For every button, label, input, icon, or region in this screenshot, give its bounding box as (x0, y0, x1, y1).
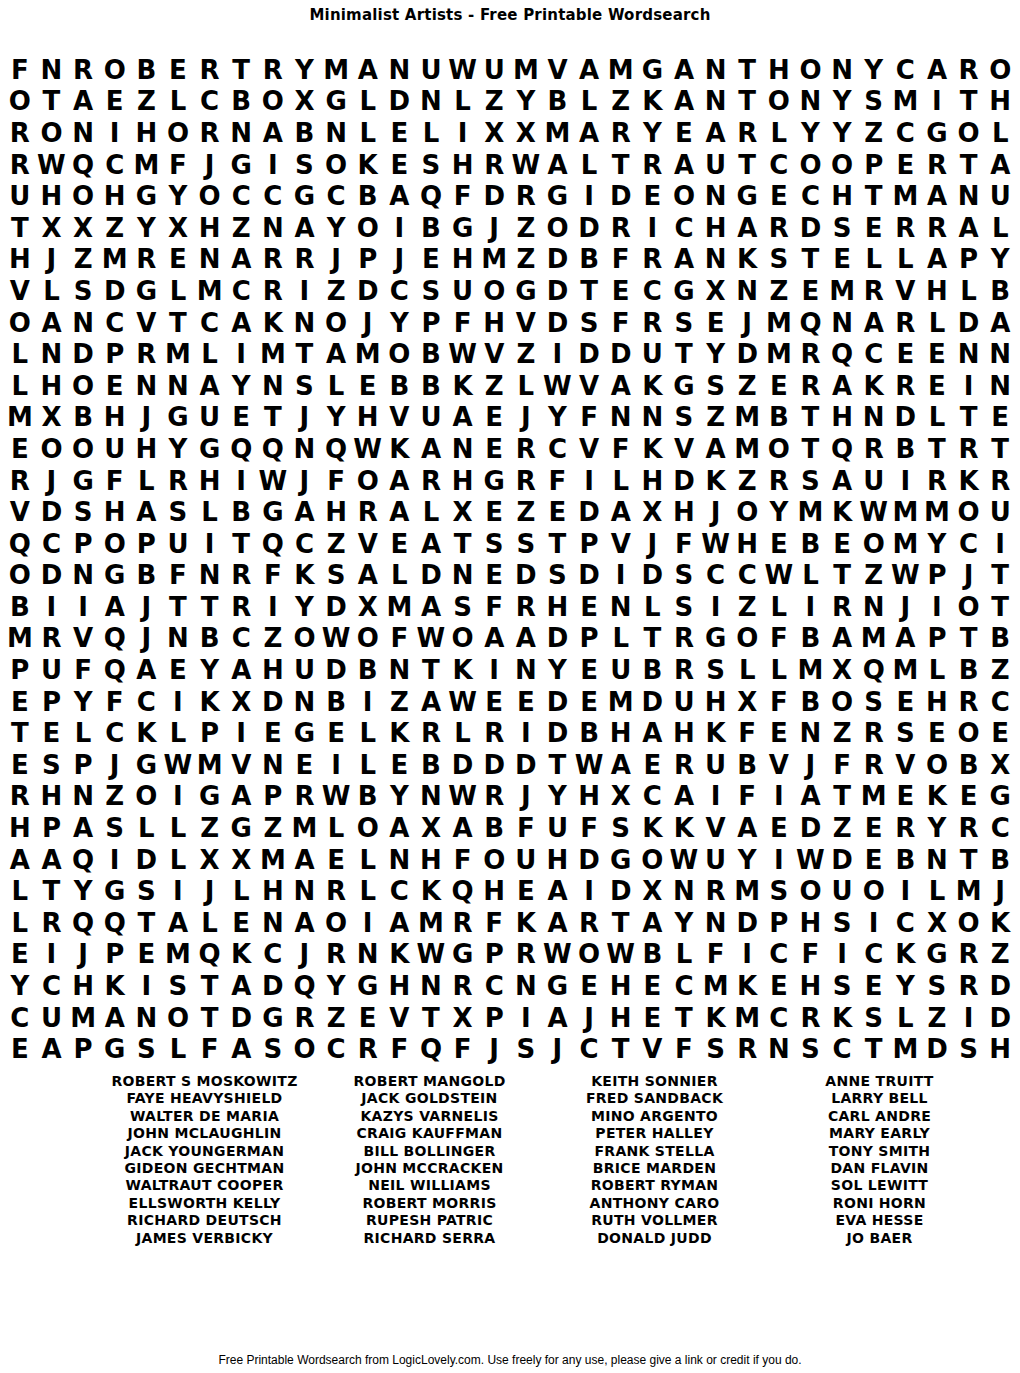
grid-cell[interactable]: C (289, 528, 321, 560)
grid-cell[interactable]: K (637, 433, 669, 465)
grid-cell[interactable]: N (510, 654, 542, 686)
grid-cell[interactable]: A (36, 307, 68, 339)
grid-cell[interactable]: N (858, 402, 890, 434)
grid-cell[interactable]: A (668, 149, 700, 181)
grid-cell[interactable]: Y (668, 907, 700, 939)
grid-cell[interactable]: M (4, 402, 36, 434)
grid-cell[interactable]: D (573, 560, 605, 592)
grid-cell[interactable]: H (605, 1002, 637, 1034)
grid-cell[interactable]: A (67, 812, 99, 844)
grid-cell[interactable]: Y (320, 212, 352, 244)
grid-cell[interactable]: Y (984, 244, 1016, 276)
grid-cell[interactable]: I (352, 907, 384, 939)
grid-cell[interactable]: O (162, 1002, 194, 1034)
grid-cell[interactable]: I (510, 717, 542, 749)
grid-cell[interactable]: F (194, 1033, 226, 1065)
grid-cell[interactable]: C (99, 149, 131, 181)
grid-cell[interactable]: C (731, 560, 763, 592)
grid-cell[interactable]: L (447, 717, 479, 749)
grid-cell[interactable]: H (542, 591, 574, 623)
grid-cell[interactable]: P (352, 244, 384, 276)
grid-cell[interactable]: O (257, 86, 289, 118)
grid-cell[interactable]: K (984, 907, 1016, 939)
grid-cell[interactable]: S (668, 307, 700, 339)
grid-cell[interactable]: D (953, 307, 985, 339)
grid-cell[interactable]: J (637, 528, 669, 560)
grid-cell[interactable]: Y (4, 970, 36, 1002)
grid-cell[interactable]: E (510, 686, 542, 718)
grid-cell[interactable]: A (826, 370, 858, 402)
grid-cell[interactable]: U (289, 654, 321, 686)
grid-cell[interactable]: E (921, 370, 953, 402)
grid-cell[interactable]: H (4, 244, 36, 276)
grid-cell[interactable]: Z (225, 212, 257, 244)
grid-cell[interactable]: L (320, 370, 352, 402)
grid-cell[interactable]: N (605, 591, 637, 623)
grid-cell[interactable]: N (984, 338, 1016, 370)
grid-cell[interactable]: J (67, 939, 99, 971)
grid-cell[interactable]: M (67, 1002, 99, 1034)
grid-cell[interactable]: C (99, 307, 131, 339)
grid-cell[interactable]: H (478, 875, 510, 907)
grid-cell[interactable]: T (605, 149, 637, 181)
grid-cell[interactable]: A (858, 307, 890, 339)
grid-cell[interactable]: C (795, 180, 827, 212)
grid-cell[interactable]: A (289, 844, 321, 876)
grid-cell[interactable]: B (763, 402, 795, 434)
grid-cell[interactable]: Z (478, 370, 510, 402)
grid-cell[interactable]: U (700, 844, 732, 876)
grid-cell[interactable]: G (447, 939, 479, 971)
grid-cell[interactable]: Z (478, 86, 510, 118)
grid-cell[interactable]: O (99, 54, 131, 86)
grid-cell[interactable]: O (162, 117, 194, 149)
grid-cell[interactable]: R (890, 212, 922, 244)
grid-cell[interactable]: M (795, 654, 827, 686)
grid-cell[interactable]: R (953, 970, 985, 1002)
grid-cell[interactable]: F (162, 560, 194, 592)
grid-cell[interactable]: F (763, 623, 795, 655)
grid-cell[interactable]: L (194, 338, 226, 370)
grid-cell[interactable]: L (984, 117, 1016, 149)
grid-cell[interactable]: T (668, 1002, 700, 1034)
grid-cell[interactable]: X (289, 86, 321, 118)
grid-cell[interactable]: X (605, 781, 637, 813)
grid-cell[interactable]: O (668, 180, 700, 212)
grid-cell[interactable]: H (415, 844, 447, 876)
grid-cell[interactable]: Y (542, 402, 574, 434)
grid-cell[interactable]: T (826, 560, 858, 592)
grid-cell[interactable]: B (415, 370, 447, 402)
grid-cell[interactable]: L (921, 875, 953, 907)
grid-cell[interactable]: D (478, 180, 510, 212)
grid-cell[interactable]: V (384, 402, 416, 434)
grid-cell[interactable]: F (447, 844, 479, 876)
grid-cell[interactable]: B (637, 939, 669, 971)
grid-cell[interactable]: R (573, 907, 605, 939)
grid-cell[interactable]: B (131, 560, 163, 592)
grid-cell[interactable]: S (542, 560, 574, 592)
grid-cell[interactable]: T (795, 402, 827, 434)
grid-cell[interactable]: F (478, 591, 510, 623)
grid-cell[interactable]: R (668, 654, 700, 686)
grid-cell[interactable]: S (478, 528, 510, 560)
grid-cell[interactable]: R (320, 875, 352, 907)
grid-cell[interactable]: F (447, 180, 479, 212)
grid-cell[interactable]: N (415, 86, 447, 118)
grid-cell[interactable]: Z (763, 275, 795, 307)
grid-cell[interactable]: A (826, 465, 858, 497)
grid-cell[interactable]: P (36, 812, 68, 844)
grid-cell[interactable]: U (99, 433, 131, 465)
grid-cell[interactable]: E (352, 370, 384, 402)
grid-cell[interactable]: E (637, 180, 669, 212)
grid-cell[interactable]: F (573, 402, 605, 434)
grid-cell[interactable]: O (573, 939, 605, 971)
grid-cell[interactable]: Y (67, 875, 99, 907)
grid-cell[interactable]: A (225, 654, 257, 686)
grid-cell[interactable]: L (795, 560, 827, 592)
grid-cell[interactable]: J (890, 591, 922, 623)
grid-cell[interactable]: A (225, 244, 257, 276)
grid-cell[interactable]: G (225, 812, 257, 844)
grid-cell[interactable]: W (352, 433, 384, 465)
grid-cell[interactable]: O (320, 149, 352, 181)
grid-cell[interactable]: G (131, 180, 163, 212)
grid-cell[interactable]: Z (510, 338, 542, 370)
grid-cell[interactable]: O (352, 465, 384, 497)
grid-cell[interactable]: A (984, 149, 1016, 181)
grid-cell[interactable]: F (605, 433, 637, 465)
grid-cell[interactable]: P (573, 623, 605, 655)
grid-cell[interactable]: R (858, 717, 890, 749)
grid-cell[interactable]: A (99, 591, 131, 623)
grid-cell[interactable]: C (763, 939, 795, 971)
grid-cell[interactable]: N (763, 1033, 795, 1065)
grid-cell[interactable]: H (4, 812, 36, 844)
grid-cell[interactable]: X (225, 844, 257, 876)
grid-cell[interactable]: P (573, 528, 605, 560)
grid-cell[interactable]: B (415, 212, 447, 244)
grid-cell[interactable]: M (921, 496, 953, 528)
grid-cell[interactable]: R (4, 117, 36, 149)
grid-cell[interactable]: E (4, 686, 36, 718)
grid-cell[interactable]: I (573, 465, 605, 497)
grid-cell[interactable]: E (478, 560, 510, 592)
grid-cell[interactable]: D (384, 86, 416, 118)
grid-cell[interactable]: S (162, 970, 194, 1002)
grid-cell[interactable]: H (131, 433, 163, 465)
grid-cell[interactable]: E (4, 749, 36, 781)
grid-cell[interactable]: C (637, 275, 669, 307)
grid-cell[interactable]: L (225, 875, 257, 907)
grid-cell[interactable]: L (352, 875, 384, 907)
grid-cell[interactable]: Y (700, 338, 732, 370)
grid-cell[interactable]: T (953, 402, 985, 434)
grid-cell[interactable]: Y (795, 117, 827, 149)
grid-cell[interactable]: L (67, 717, 99, 749)
grid-cell[interactable]: O (763, 86, 795, 118)
grid-cell[interactable]: C (4, 1002, 36, 1034)
grid-cell[interactable]: R (257, 54, 289, 86)
grid-cell[interactable]: L (953, 275, 985, 307)
grid-cell[interactable]: R (953, 686, 985, 718)
grid-cell[interactable]: R (4, 149, 36, 181)
grid-cell[interactable]: F (4, 54, 36, 86)
grid-cell[interactable]: X (415, 812, 447, 844)
grid-cell[interactable]: R (921, 212, 953, 244)
grid-cell[interactable]: W (447, 781, 479, 813)
grid-cell[interactable]: W (795, 844, 827, 876)
grid-cell[interactable]: P (99, 939, 131, 971)
grid-cell[interactable]: O (731, 623, 763, 655)
grid-cell[interactable]: W (668, 844, 700, 876)
grid-cell[interactable]: J (289, 465, 321, 497)
grid-cell[interactable]: Y (510, 86, 542, 118)
grid-cell[interactable]: B (795, 686, 827, 718)
grid-cell[interactable]: B (637, 654, 669, 686)
grid-cell[interactable]: S (700, 654, 732, 686)
grid-cell[interactable]: D (668, 465, 700, 497)
grid-cell[interactable]: T (4, 717, 36, 749)
grid-cell[interactable]: Q (99, 654, 131, 686)
grid-cell[interactable]: O (984, 54, 1016, 86)
grid-cell[interactable]: D (257, 970, 289, 1002)
grid-cell[interactable]: I (890, 465, 922, 497)
grid-cell[interactable]: V (573, 370, 605, 402)
grid-cell[interactable]: R (953, 812, 985, 844)
grid-cell[interactable]: T (605, 1033, 637, 1065)
grid-cell[interactable]: E (890, 781, 922, 813)
grid-cell[interactable]: B (890, 433, 922, 465)
grid-cell[interactable]: A (225, 1033, 257, 1065)
grid-cell[interactable]: Z (984, 939, 1016, 971)
grid-cell[interactable]: I (384, 212, 416, 244)
grid-cell[interactable]: J (510, 402, 542, 434)
grid-cell[interactable]: L (194, 907, 226, 939)
grid-cell[interactable]: F (700, 939, 732, 971)
grid-cell[interactable]: H (605, 970, 637, 1002)
grid-cell[interactable]: D (542, 686, 574, 718)
grid-cell[interactable]: L (162, 275, 194, 307)
grid-cell[interactable]: S (289, 370, 321, 402)
grid-cell[interactable]: E (605, 275, 637, 307)
grid-cell[interactable]: B (731, 749, 763, 781)
grid-cell[interactable]: O (99, 528, 131, 560)
grid-cell[interactable]: S (826, 907, 858, 939)
grid-cell[interactable]: M (890, 496, 922, 528)
grid-cell[interactable]: A (668, 86, 700, 118)
grid-cell[interactable]: Z (984, 654, 1016, 686)
grid-cell[interactable]: C (225, 275, 257, 307)
grid-cell[interactable]: R (510, 939, 542, 971)
grid-cell[interactable]: R (352, 496, 384, 528)
grid-cell[interactable]: Z (731, 465, 763, 497)
grid-cell[interactable]: L (162, 812, 194, 844)
grid-cell[interactable]: R (890, 812, 922, 844)
grid-cell[interactable]: C (890, 54, 922, 86)
grid-cell[interactable]: K (953, 465, 985, 497)
grid-cell[interactable]: E (573, 970, 605, 1002)
grid-cell[interactable]: D (573, 212, 605, 244)
grid-cell[interactable]: E (668, 117, 700, 149)
grid-cell[interactable]: K (352, 149, 384, 181)
grid-cell[interactable]: N (36, 54, 68, 86)
grid-cell[interactable]: B (67, 402, 99, 434)
grid-cell[interactable]: D (36, 560, 68, 592)
grid-cell[interactable]: O (352, 212, 384, 244)
grid-cell[interactable]: H (921, 686, 953, 718)
grid-cell[interactable]: L (668, 939, 700, 971)
grid-cell[interactable]: H (99, 180, 131, 212)
grid-cell[interactable]: P (99, 338, 131, 370)
grid-cell[interactable]: S (257, 1033, 289, 1065)
grid-cell[interactable]: T (162, 307, 194, 339)
grid-cell[interactable]: S (510, 528, 542, 560)
grid-cell[interactable]: C (257, 180, 289, 212)
grid-cell[interactable]: R (289, 1002, 321, 1034)
grid-cell[interactable]: L (763, 117, 795, 149)
grid-cell[interactable]: Q (415, 1033, 447, 1065)
grid-cell[interactable]: K (637, 812, 669, 844)
grid-cell[interactable]: T (194, 1002, 226, 1034)
grid-cell[interactable]: F (542, 465, 574, 497)
grid-cell[interactable]: J (131, 591, 163, 623)
grid-cell[interactable]: U (637, 338, 669, 370)
grid-cell[interactable]: W (415, 623, 447, 655)
grid-cell[interactable]: L (890, 1002, 922, 1034)
grid-cell[interactable]: L (352, 844, 384, 876)
grid-cell[interactable]: Q (99, 907, 131, 939)
grid-cell[interactable]: R (700, 875, 732, 907)
grid-cell[interactable]: V (384, 1002, 416, 1034)
grid-cell[interactable]: I (225, 338, 257, 370)
grid-cell[interactable]: G (542, 180, 574, 212)
grid-cell[interactable]: S (510, 1033, 542, 1065)
grid-cell[interactable]: R (763, 212, 795, 244)
grid-cell[interactable]: I (257, 149, 289, 181)
grid-cell[interactable]: R (447, 970, 479, 1002)
grid-cell[interactable]: T (4, 212, 36, 244)
grid-cell[interactable]: J (700, 496, 732, 528)
grid-cell[interactable]: A (447, 812, 479, 844)
grid-cell[interactable]: V (890, 275, 922, 307)
grid-cell[interactable]: R (131, 244, 163, 276)
grid-cell[interactable]: L (573, 86, 605, 118)
grid-cell[interactable]: C (320, 1033, 352, 1065)
grid-cell[interactable]: D (67, 338, 99, 370)
grid-cell[interactable]: O (826, 149, 858, 181)
grid-cell[interactable]: R (637, 149, 669, 181)
grid-cell[interactable]: V (478, 338, 510, 370)
grid-cell[interactable]: E (953, 781, 985, 813)
grid-cell[interactable]: E (763, 970, 795, 1002)
grid-cell[interactable]: R (731, 1033, 763, 1065)
grid-cell[interactable]: G (921, 117, 953, 149)
grid-cell[interactable]: E (890, 338, 922, 370)
grid-cell[interactable]: Z (510, 496, 542, 528)
grid-cell[interactable]: K (447, 654, 479, 686)
grid-cell[interactable]: F (384, 1033, 416, 1065)
grid-cell[interactable]: W (36, 149, 68, 181)
grid-cell[interactable]: O (320, 307, 352, 339)
grid-cell[interactable]: G (447, 212, 479, 244)
grid-cell[interactable]: E (700, 307, 732, 339)
grid-cell[interactable]: X (225, 686, 257, 718)
grid-cell[interactable]: P (67, 528, 99, 560)
grid-cell[interactable]: X (637, 875, 669, 907)
grid-cell[interactable]: D (890, 402, 922, 434)
grid-cell[interactable]: O (289, 623, 321, 655)
grid-cell[interactable]: A (700, 433, 732, 465)
grid-cell[interactable]: D (542, 623, 574, 655)
grid-cell[interactable]: Z (826, 812, 858, 844)
grid-cell[interactable]: J (131, 623, 163, 655)
grid-cell[interactable]: C (984, 812, 1016, 844)
grid-cell[interactable]: T (162, 591, 194, 623)
grid-cell[interactable]: E (36, 717, 68, 749)
grid-cell[interactable]: F (795, 939, 827, 971)
grid-cell[interactable]: V (352, 528, 384, 560)
grid-cell[interactable]: I (731, 939, 763, 971)
grid-cell[interactable]: Y (320, 970, 352, 1002)
grid-cell[interactable]: U (478, 54, 510, 86)
grid-cell[interactable]: O (4, 307, 36, 339)
grid-cell[interactable]: E (826, 528, 858, 560)
grid-cell[interactable]: T (415, 654, 447, 686)
grid-cell[interactable]: M (99, 244, 131, 276)
grid-cell[interactable]: H (826, 180, 858, 212)
grid-cell[interactable]: Z (510, 244, 542, 276)
grid-cell[interactable]: Z (257, 623, 289, 655)
grid-cell[interactable]: L (637, 591, 669, 623)
grid-cell[interactable]: R (478, 717, 510, 749)
grid-cell[interactable]: N (605, 402, 637, 434)
grid-cell[interactable]: R (510, 465, 542, 497)
grid-cell[interactable]: C (890, 907, 922, 939)
grid-cell[interactable]: J (731, 307, 763, 339)
grid-cell[interactable]: D (542, 275, 574, 307)
grid-cell[interactable]: A (352, 54, 384, 86)
grid-cell[interactable]: N (795, 86, 827, 118)
grid-cell[interactable]: X (447, 1002, 479, 1034)
grid-cell[interactable]: V (573, 433, 605, 465)
grid-cell[interactable]: M (162, 338, 194, 370)
grid-cell[interactable]: K (384, 939, 416, 971)
grid-cell[interactable]: E (890, 686, 922, 718)
grid-cell[interactable]: K (447, 370, 479, 402)
grid-cell[interactable]: E (573, 686, 605, 718)
grid-cell[interactable]: O (953, 496, 985, 528)
grid-cell[interactable]: S (826, 970, 858, 1002)
grid-cell[interactable]: R (447, 907, 479, 939)
grid-cell[interactable]: L (320, 812, 352, 844)
grid-cell[interactable]: P (194, 717, 226, 749)
grid-cell[interactable]: M (605, 54, 637, 86)
grid-cell[interactable]: I (763, 781, 795, 813)
grid-cell[interactable]: C (478, 970, 510, 1002)
grid-cell[interactable]: H (668, 717, 700, 749)
grid-cell[interactable]: H (36, 370, 68, 402)
grid-cell[interactable]: F (162, 149, 194, 181)
grid-cell[interactable]: A (384, 812, 416, 844)
grid-cell[interactable]: D (320, 654, 352, 686)
grid-cell[interactable]: G (605, 844, 637, 876)
grid-cell[interactable]: O (478, 844, 510, 876)
grid-cell[interactable]: R (415, 717, 447, 749)
grid-cell[interactable]: B (953, 749, 985, 781)
grid-cell[interactable]: G (289, 180, 321, 212)
